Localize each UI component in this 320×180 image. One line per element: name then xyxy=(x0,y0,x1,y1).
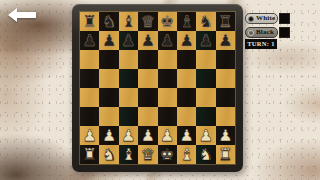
board-square[interactable]: ♝ xyxy=(177,12,196,31)
white-player-label: White xyxy=(256,15,275,22)
board-square[interactable]: ♞ xyxy=(196,12,215,31)
board-square[interactable] xyxy=(216,50,235,69)
board-square[interactable] xyxy=(158,88,177,107)
board-square[interactable]: ♞ xyxy=(99,12,118,31)
chess-piece: ♟ xyxy=(83,128,97,144)
board-square[interactable]: ♜ xyxy=(80,12,99,31)
chess-piece: ♟ xyxy=(83,33,97,49)
board-square[interactable] xyxy=(177,50,196,69)
board-square[interactable] xyxy=(216,88,235,107)
board-square[interactable] xyxy=(196,107,215,126)
chess-piece: ♟ xyxy=(121,33,135,49)
chess-piece: ♝ xyxy=(121,14,135,30)
chess-piece: ♟ xyxy=(121,128,135,144)
turn-indicator: TURN: 1 xyxy=(245,39,277,49)
board-square[interactable]: ♜ xyxy=(216,12,235,31)
chess-piece: ♟ xyxy=(179,128,193,144)
board-square[interactable] xyxy=(99,107,118,126)
board-square[interactable] xyxy=(80,107,99,126)
chess-piece: ♞ xyxy=(199,147,213,163)
board-square[interactable]: ♛ xyxy=(138,12,157,31)
board-square[interactable] xyxy=(216,69,235,88)
board-square[interactable]: ♝ xyxy=(177,145,196,164)
board-square[interactable] xyxy=(138,50,157,69)
board-square[interactable]: ♚ xyxy=(158,12,177,31)
black-player-label: Black xyxy=(256,29,274,36)
chess-piece: ♟ xyxy=(179,33,193,49)
black-turn-dot-icon xyxy=(248,30,254,36)
board-square[interactable]: ♜ xyxy=(216,145,235,164)
board-square[interactable] xyxy=(138,107,157,126)
board-square[interactable] xyxy=(138,69,157,88)
chess-piece: ♟ xyxy=(218,33,232,49)
chess-piece: ♟ xyxy=(102,33,116,49)
board-square[interactable] xyxy=(158,107,177,126)
chess-piece: ♟ xyxy=(218,128,232,144)
white-player-panel: White xyxy=(245,13,278,24)
board-square[interactable] xyxy=(177,88,196,107)
chess-piece: ♟ xyxy=(102,128,116,144)
back-arrow-icon xyxy=(8,8,36,22)
chess-piece: ♜ xyxy=(218,147,232,163)
board-square[interactable]: ♟ xyxy=(216,126,235,145)
chess-board: ♜♞♝♛♚♝♞♜♟♟♟♟♟♟♟♟♟♟♟♟♟♟♟♟♜♞♝♛♚♝♞♜ xyxy=(79,11,236,165)
board-square[interactable]: ♟ xyxy=(80,31,99,50)
board-square[interactable] xyxy=(99,88,118,107)
game-screen: ♜♞♝♛♚♝♞♜♟♟♟♟♟♟♟♟♟♟♟♟♟♟♟♟♜♞♝♛♚♝♞♜ White B… xyxy=(0,0,320,180)
board-square[interactable] xyxy=(80,69,99,88)
board-square[interactable]: ♟ xyxy=(196,31,215,50)
chess-piece: ♜ xyxy=(83,14,97,30)
chess-piece: ♚ xyxy=(160,14,174,30)
board-square[interactable]: ♜ xyxy=(80,145,99,164)
board-square[interactable]: ♟ xyxy=(216,31,235,50)
chess-piece: ♟ xyxy=(199,128,213,144)
board-square[interactable]: ♟ xyxy=(177,31,196,50)
board-square[interactable] xyxy=(177,69,196,88)
board-square[interactable]: ♛ xyxy=(138,145,157,164)
chess-piece: ♜ xyxy=(83,147,97,163)
board-square[interactable]: ♞ xyxy=(196,145,215,164)
board-square[interactable] xyxy=(80,88,99,107)
board-square[interactable]: ♟ xyxy=(158,31,177,50)
board-square[interactable] xyxy=(119,88,138,107)
board-square[interactable]: ♝ xyxy=(119,145,138,164)
board-square[interactable] xyxy=(196,50,215,69)
chess-piece: ♚ xyxy=(160,147,174,163)
board-square[interactable]: ♟ xyxy=(138,126,157,145)
chess-board-frame: ♜♞♝♛♚♝♞♜♟♟♟♟♟♟♟♟♟♟♟♟♟♟♟♟♜♞♝♛♚♝♞♜ xyxy=(72,4,243,172)
chess-piece: ♟ xyxy=(160,33,174,49)
board-square[interactable]: ♟ xyxy=(99,31,118,50)
chess-piece: ♝ xyxy=(179,14,193,30)
board-square[interactable]: ♞ xyxy=(99,145,118,164)
white-turn-dot-icon xyxy=(248,16,254,22)
board-square[interactable] xyxy=(99,50,118,69)
chess-piece: ♜ xyxy=(218,14,232,30)
chess-piece: ♟ xyxy=(141,33,155,49)
chess-piece: ♞ xyxy=(102,14,116,30)
board-square[interactable] xyxy=(119,50,138,69)
chess-piece: ♞ xyxy=(199,14,213,30)
turn-indicator-label: TURN: 1 xyxy=(247,41,275,48)
board-square[interactable]: ♟ xyxy=(119,126,138,145)
board-square[interactable] xyxy=(216,107,235,126)
black-captured-tray xyxy=(279,27,290,38)
board-square[interactable] xyxy=(196,88,215,107)
board-square[interactable] xyxy=(158,50,177,69)
chess-piece: ♟ xyxy=(160,128,174,144)
white-captured-tray xyxy=(279,13,290,24)
chess-piece: ♝ xyxy=(179,147,193,163)
chess-board-grid: ♜♞♝♛♚♝♞♜♟♟♟♟♟♟♟♟♟♟♟♟♟♟♟♟♜♞♝♛♚♝♞♜ xyxy=(80,12,235,164)
board-square[interactable] xyxy=(158,69,177,88)
chess-piece: ♝ xyxy=(121,147,135,163)
black-player-panel: Black xyxy=(245,27,278,38)
chess-piece: ♛ xyxy=(141,14,155,30)
board-square[interactable] xyxy=(119,69,138,88)
board-square[interactable]: ♚ xyxy=(158,145,177,164)
chess-piece: ♟ xyxy=(141,128,155,144)
board-square[interactable]: ♟ xyxy=(99,126,118,145)
chess-piece: ♟ xyxy=(199,33,213,49)
board-square[interactable]: ♟ xyxy=(196,126,215,145)
back-button[interactable] xyxy=(8,8,36,22)
board-square[interactable]: ♟ xyxy=(80,126,99,145)
board-square[interactable] xyxy=(80,50,99,69)
chess-piece: ♞ xyxy=(102,147,116,163)
board-square[interactable] xyxy=(177,107,196,126)
chess-piece: ♛ xyxy=(141,147,155,163)
board-square[interactable]: ♟ xyxy=(119,31,138,50)
board-square[interactable]: ♝ xyxy=(119,12,138,31)
board-square[interactable]: ♟ xyxy=(158,126,177,145)
board-square[interactable]: ♟ xyxy=(177,126,196,145)
board-square[interactable] xyxy=(119,107,138,126)
board-square[interactable]: ♟ xyxy=(138,31,157,50)
board-square[interactable] xyxy=(99,69,118,88)
board-square[interactable] xyxy=(138,88,157,107)
board-square[interactable] xyxy=(196,69,215,88)
